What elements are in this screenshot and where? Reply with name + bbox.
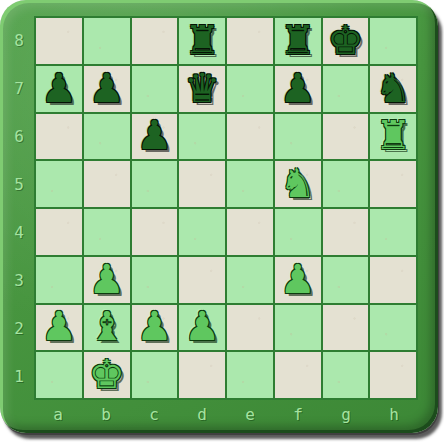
file-label-d: d: [178, 400, 226, 428]
square-f1[interactable]: [275, 352, 321, 398]
square-g1[interactable]: [323, 352, 369, 398]
piece-black-rook-f8[interactable]: ♜: [280, 20, 316, 60]
rank-label-3: 3: [6, 256, 32, 304]
square-f2[interactable]: [275, 305, 321, 351]
file-label-c: c: [130, 400, 178, 428]
square-f8[interactable]: ♜: [275, 18, 321, 64]
square-a8[interactable]: [36, 18, 82, 64]
square-b4[interactable]: [84, 209, 130, 255]
square-c2[interactable]: ♟: [132, 305, 178, 351]
piece-black-king-g8[interactable]: ♚: [327, 20, 363, 60]
square-a3[interactable]: [36, 257, 82, 303]
square-c8[interactable]: [132, 18, 178, 64]
piece-black-queen-d7[interactable]: ♛: [184, 68, 220, 108]
rank-label-4: 4: [6, 208, 32, 256]
square-h8[interactable]: [370, 18, 416, 64]
square-f5[interactable]: ♞: [275, 161, 321, 207]
square-a1[interactable]: [36, 352, 82, 398]
piece-black-pawn-b7[interactable]: ♟: [89, 68, 125, 108]
square-f3[interactable]: ♟: [275, 257, 321, 303]
file-label-a: a: [34, 400, 82, 428]
square-d2[interactable]: ♟: [179, 305, 225, 351]
piece-white-pawn-f3[interactable]: ♟: [280, 259, 316, 299]
rank-label-8: 8: [6, 16, 32, 64]
square-f7[interactable]: ♟: [275, 66, 321, 112]
rank-label-6: 6: [6, 112, 32, 160]
square-d1[interactable]: [179, 352, 225, 398]
piece-black-rook-d8[interactable]: ♜: [184, 20, 220, 60]
square-c5[interactable]: [132, 161, 178, 207]
piece-white-pawn-d2[interactable]: ♟: [184, 306, 220, 346]
square-h3[interactable]: [370, 257, 416, 303]
square-b8[interactable]: [84, 18, 130, 64]
square-f4[interactable]: [275, 209, 321, 255]
rank-labels: 87654321: [6, 16, 32, 400]
square-d3[interactable]: [179, 257, 225, 303]
square-e1[interactable]: [227, 352, 273, 398]
square-c7[interactable]: [132, 66, 178, 112]
square-d7[interactable]: ♛: [179, 66, 225, 112]
chess-board: ♜♜♚♟♟♛♟♞♟♜♞♟♟♟♝♟♟♚: [34, 16, 418, 400]
square-b7[interactable]: ♟: [84, 66, 130, 112]
square-d6[interactable]: [179, 114, 225, 160]
piece-black-knight-h7[interactable]: ♞: [375, 68, 411, 108]
square-e7[interactable]: [227, 66, 273, 112]
square-h1[interactable]: [370, 352, 416, 398]
square-b1[interactable]: ♚: [84, 352, 130, 398]
square-f6[interactable]: [275, 114, 321, 160]
file-label-h: h: [370, 400, 418, 428]
piece-white-bishop-b2[interactable]: ♝: [89, 306, 125, 346]
square-a2[interactable]: ♟: [36, 305, 82, 351]
piece-white-rook-h6[interactable]: ♜: [375, 115, 411, 155]
square-e6[interactable]: [227, 114, 273, 160]
square-c1[interactable]: [132, 352, 178, 398]
piece-white-knight-f5[interactable]: ♞: [280, 163, 316, 203]
rank-label-7: 7: [6, 64, 32, 112]
square-a4[interactable]: [36, 209, 82, 255]
board-frame: 87654321 ♜♜♚♟♟♛♟♞♟♜♞♟♟♟♝♟♟♚ abcdefgh: [0, 0, 438, 433]
piece-white-king-b1[interactable]: ♚: [89, 354, 125, 394]
piece-black-pawn-c6[interactable]: ♟: [136, 115, 172, 155]
square-h5[interactable]: [370, 161, 416, 207]
square-b3[interactable]: ♟: [84, 257, 130, 303]
piece-black-pawn-f7[interactable]: ♟: [280, 68, 316, 108]
square-a6[interactable]: [36, 114, 82, 160]
square-e2[interactable]: [227, 305, 273, 351]
square-g3[interactable]: [323, 257, 369, 303]
square-g7[interactable]: [323, 66, 369, 112]
file-labels: abcdefgh: [34, 400, 418, 428]
piece-white-pawn-b3[interactable]: ♟: [89, 259, 125, 299]
square-c4[interactable]: [132, 209, 178, 255]
square-h2[interactable]: [370, 305, 416, 351]
square-g2[interactable]: [323, 305, 369, 351]
square-b5[interactable]: [84, 161, 130, 207]
square-a5[interactable]: [36, 161, 82, 207]
square-c6[interactable]: ♟: [132, 114, 178, 160]
piece-black-pawn-a7[interactable]: ♟: [41, 68, 77, 108]
file-label-g: g: [322, 400, 370, 428]
square-g8[interactable]: ♚: [323, 18, 369, 64]
square-e8[interactable]: [227, 18, 273, 64]
file-label-b: b: [82, 400, 130, 428]
rank-label-2: 2: [6, 304, 32, 352]
square-e5[interactable]: [227, 161, 273, 207]
square-d8[interactable]: ♜: [179, 18, 225, 64]
file-label-e: e: [226, 400, 274, 428]
square-c3[interactable]: [132, 257, 178, 303]
square-a7[interactable]: ♟: [36, 66, 82, 112]
square-d4[interactable]: [179, 209, 225, 255]
square-b2[interactable]: ♝: [84, 305, 130, 351]
square-h6[interactable]: ♜: [370, 114, 416, 160]
square-g5[interactable]: [323, 161, 369, 207]
file-label-f: f: [274, 400, 322, 428]
rank-label-5: 5: [6, 160, 32, 208]
square-b6[interactable]: [84, 114, 130, 160]
square-h4[interactable]: [370, 209, 416, 255]
square-d5[interactable]: [179, 161, 225, 207]
rank-label-1: 1: [6, 352, 32, 400]
piece-white-pawn-c2[interactable]: ♟: [136, 306, 172, 346]
square-e3[interactable]: [227, 257, 273, 303]
square-e4[interactable]: [227, 209, 273, 255]
square-g4[interactable]: [323, 209, 369, 255]
square-g6[interactable]: [323, 114, 369, 160]
square-h7[interactable]: ♞: [370, 66, 416, 112]
piece-white-pawn-a2[interactable]: ♟: [41, 306, 77, 346]
